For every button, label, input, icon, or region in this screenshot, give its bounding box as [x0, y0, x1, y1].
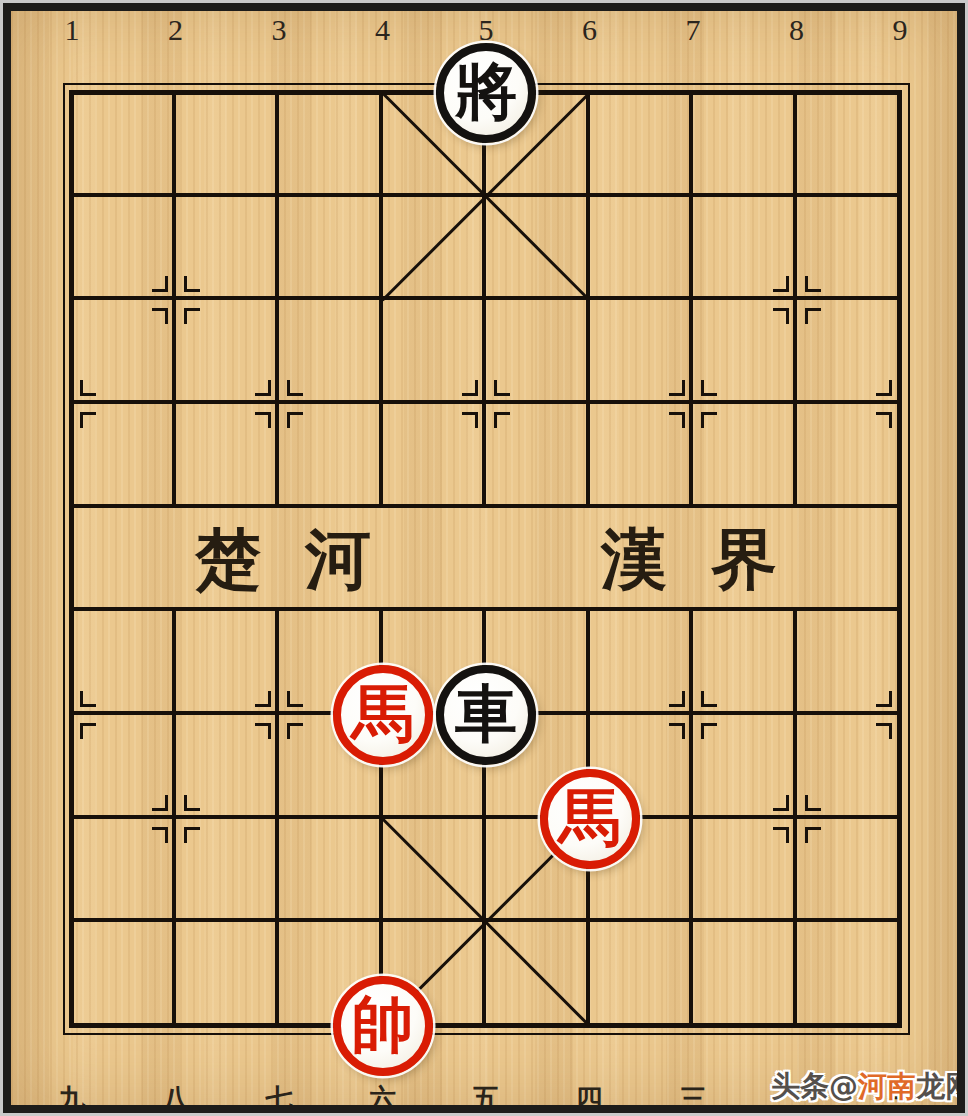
board-cell: [279, 93, 383, 197]
file-label-top: 8: [789, 13, 804, 47]
board-cell: [72, 922, 176, 1026]
position-marker: [669, 723, 685, 739]
board-cell: [383, 197, 487, 301]
file-label-top: 1: [65, 13, 80, 47]
position-marker: [152, 276, 168, 292]
board-cell: [279, 819, 383, 923]
red-horse-2-glyph: 馬: [559, 787, 621, 849]
file-label-bottom: 九: [59, 1081, 86, 1105]
position-marker: [255, 723, 271, 739]
position-marker: [255, 412, 271, 428]
board-cell: [486, 922, 590, 1026]
position-marker: [805, 276, 821, 292]
board-cell: [176, 93, 280, 197]
board-cell: [590, 93, 694, 197]
river-text-char: 河: [305, 515, 371, 605]
watermark: 头条@河南龙网室: [771, 1067, 957, 1105]
position-marker: [494, 412, 510, 428]
position-marker: [773, 308, 789, 324]
position-marker: [494, 380, 510, 396]
red-horse-1-piece[interactable]: 馬: [333, 665, 433, 765]
position-marker: [462, 412, 478, 428]
board-cell: [383, 819, 487, 923]
position-marker: [701, 723, 717, 739]
board-cell: [693, 93, 797, 197]
red-horse-2-piece[interactable]: 馬: [540, 769, 640, 869]
position-marker: [80, 723, 96, 739]
board-cell: [590, 197, 694, 301]
board-cell: [797, 922, 901, 1026]
xiangqi-board-screenshot: 123456789九八七六五四三二一楚河漢界將馬車馬帥 头条@河南龙网室: [0, 0, 968, 1116]
board-frame: 123456789九八七六五四三二一楚河漢界將馬車馬帥 头条@河南龙网室: [3, 3, 965, 1113]
board-cell: [72, 508, 176, 612]
file-label-bottom: 八: [162, 1081, 189, 1105]
position-marker: [773, 276, 789, 292]
position-marker: [462, 380, 478, 396]
watermark-suffix: 龙网: [916, 1069, 957, 1103]
position-marker: [669, 412, 685, 428]
file-label-bottom: 四: [576, 1081, 603, 1105]
position-marker: [701, 380, 717, 396]
position-marker: [152, 827, 168, 843]
position-marker: [255, 380, 271, 396]
board-cell: [486, 197, 590, 301]
position-marker: [773, 795, 789, 811]
position-marker: [876, 380, 892, 396]
board-cell: [176, 922, 280, 1026]
position-marker: [152, 308, 168, 324]
position-marker: [287, 412, 303, 428]
position-marker: [80, 691, 96, 707]
river-text-char: 界: [711, 515, 777, 605]
position-marker: [876, 723, 892, 739]
position-marker: [701, 412, 717, 428]
watermark-prefix: 头条@: [771, 1069, 858, 1103]
position-marker: [287, 723, 303, 739]
file-label-bottom: 六: [369, 1081, 396, 1105]
file-label-top: 7: [686, 13, 701, 47]
board-cell: [383, 508, 487, 612]
board-cell: [486, 508, 590, 612]
red-horse-1-glyph: 馬: [352, 683, 414, 745]
file-label-top: 9: [893, 13, 908, 47]
file-label-bottom: 七: [266, 1081, 293, 1105]
position-marker: [184, 276, 200, 292]
board-cell: [72, 93, 176, 197]
file-label-bottom: 三: [680, 1081, 707, 1105]
board-cell: [590, 922, 694, 1026]
position-marker: [287, 691, 303, 707]
position-marker: [669, 380, 685, 396]
position-marker: [701, 691, 717, 707]
board-cell: [693, 922, 797, 1026]
file-label-top: 5: [479, 13, 494, 47]
position-marker: [287, 380, 303, 396]
black-chariot-piece[interactable]: 車: [436, 665, 536, 765]
position-marker: [80, 380, 96, 396]
position-marker: [152, 795, 168, 811]
file-label-bottom: 五: [473, 1081, 500, 1105]
black-general-piece[interactable]: 將: [436, 43, 536, 143]
red-general-piece[interactable]: 帥: [333, 976, 433, 1076]
position-marker: [669, 691, 685, 707]
watermark-highlight: 河南: [858, 1069, 916, 1103]
file-label-top: 4: [375, 13, 390, 47]
position-marker: [805, 795, 821, 811]
file-label-top: 6: [582, 13, 597, 47]
board-cell: [279, 197, 383, 301]
wood-board-surface: 123456789九八七六五四三二一楚河漢界將馬車馬帥 头条@河南龙网室: [11, 11, 957, 1105]
position-marker: [876, 691, 892, 707]
river-text-char: 楚: [195, 515, 261, 605]
position-marker: [80, 412, 96, 428]
position-marker: [805, 308, 821, 324]
board-cell: [797, 508, 901, 612]
file-label-top: 3: [272, 13, 287, 47]
red-general-glyph: 帥: [352, 994, 414, 1056]
position-marker: [805, 827, 821, 843]
position-marker: [255, 691, 271, 707]
board-cell: [797, 93, 901, 197]
black-chariot-glyph: 車: [455, 683, 517, 745]
position-marker: [876, 412, 892, 428]
position-marker: [773, 827, 789, 843]
position-marker: [184, 795, 200, 811]
river-text-char: 漢: [601, 515, 667, 605]
position-marker: [184, 827, 200, 843]
file-label-top: 2: [168, 13, 183, 47]
position-marker: [184, 308, 200, 324]
black-general-glyph: 將: [455, 61, 517, 123]
